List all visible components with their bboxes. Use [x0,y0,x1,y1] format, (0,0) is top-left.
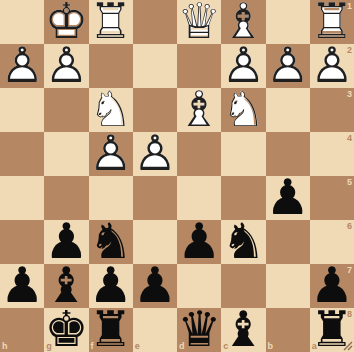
black-knight-glyph: ♞ [221,220,265,264]
file-label-b: b [268,341,274,351]
file-label-h: h [2,341,8,351]
square-h8[interactable]: h [0,308,44,352]
square-e4[interactable]: ♟♙ [133,132,177,176]
square-c3[interactable]: ♞♘ [221,88,265,132]
white-knight[interactable]: ♞♘ [221,88,265,132]
square-h7[interactable]: ♟ [0,264,44,308]
square-d8[interactable]: ♛d [177,308,221,352]
file-label-c: c [223,341,228,351]
square-h2[interactable]: ♟♙ [0,44,44,88]
square-g2[interactable]: ♟♙ [44,44,88,88]
board-resize-handle-icon[interactable] [343,341,353,351]
white-pawn-outline: ♙ [44,44,88,88]
rank-label-6: 6 [347,221,352,231]
black-pawn[interactable]: ♟ [0,264,44,308]
black-pawn-glyph: ♟ [133,264,177,308]
rank-label-8: 8 [347,309,352,319]
black-pawn[interactable]: ♟ [133,264,177,308]
file-label-g: g [46,341,52,351]
square-b5[interactable]: ♟ [266,176,310,220]
square-f1[interactable]: ♜♖ [89,0,133,44]
white-pawn-outline: ♙ [133,132,177,176]
square-h4[interactable] [0,132,44,176]
white-pawn[interactable]: ♟♙ [266,44,310,88]
black-rook-glyph: ♜ [89,308,133,352]
white-pawn[interactable]: ♟♙ [44,44,88,88]
square-d3[interactable]: ♝♗ [177,88,221,132]
square-e1[interactable] [133,0,177,44]
file-label-e: e [135,341,140,351]
rank-label-4: 4 [347,133,352,143]
white-pawn-outline: ♙ [0,44,44,88]
square-h5[interactable] [0,176,44,220]
square-d6[interactable]: ♟ [177,220,221,264]
square-b2[interactable]: ♟♙ [266,44,310,88]
square-c8[interactable]: ♝c [221,308,265,352]
white-queen-outline: ♕ [177,0,221,44]
file-label-f: f [91,341,94,351]
square-f8[interactable]: ♜f [89,308,133,352]
file-label-d: d [179,341,185,351]
square-h3[interactable] [0,88,44,132]
square-a3[interactable]: 3 [310,88,354,132]
white-pawn-outline: ♙ [266,44,310,88]
black-pawn-glyph: ♟ [266,176,310,220]
white-bishop-outline: ♗ [177,88,221,132]
square-c4[interactable] [221,132,265,176]
rank-label-1: 1 [347,1,352,11]
square-b8[interactable]: b [266,308,310,352]
square-b7[interactable] [266,264,310,308]
square-e8[interactable]: e [133,308,177,352]
file-label-a: a [312,341,317,351]
chess-board: ♚♔♜♖♛♕♝♗♜♖1♟♙♟♙♟♙♟♙♟♙2♞♘♝♗♞♘3♟♙♟♙4♟5♟♞♟♞… [0,0,354,352]
square-a4[interactable]: 4 [310,132,354,176]
black-pawn[interactable]: ♟ [177,220,221,264]
square-a5[interactable]: 5 [310,176,354,220]
white-rook[interactable]: ♜♖ [89,0,133,44]
white-pawn-outline: ♙ [89,132,133,176]
white-pawn[interactable]: ♟♙ [0,44,44,88]
black-pawn-glyph: ♟ [0,264,44,308]
square-f4[interactable]: ♟♙ [89,132,133,176]
square-d4[interactable] [177,132,221,176]
black-rook[interactable]: ♜ [89,308,133,352]
square-b3[interactable] [266,88,310,132]
black-pawn-glyph: ♟ [177,220,221,264]
square-g4[interactable] [44,132,88,176]
square-c6[interactable]: ♞ [221,220,265,264]
black-pawn[interactable]: ♟ [266,176,310,220]
rank-label-7: 7 [347,265,352,275]
black-knight[interactable]: ♞ [221,220,265,264]
square-e5[interactable] [133,176,177,220]
white-bishop[interactable]: ♝♗ [177,88,221,132]
square-a2[interactable]: ♟♙2 [310,44,354,88]
rank-label-3: 3 [347,89,352,99]
square-g3[interactable] [44,88,88,132]
white-knight-outline: ♘ [221,88,265,132]
square-d1[interactable]: ♛♕ [177,0,221,44]
rank-label-2: 2 [347,45,352,55]
square-g8[interactable]: ♚g [44,308,88,352]
square-e2[interactable] [133,44,177,88]
white-pawn[interactable]: ♟♙ [89,132,133,176]
rank-label-5: 5 [347,177,352,187]
white-pawn[interactable]: ♟♙ [133,132,177,176]
white-queen[interactable]: ♛♕ [177,0,221,44]
square-b6[interactable] [266,220,310,264]
square-e7[interactable]: ♟ [133,264,177,308]
white-rook-outline: ♖ [89,0,133,44]
